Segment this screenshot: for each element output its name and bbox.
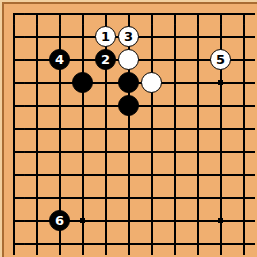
board-intersection: [48, 140, 71, 163]
board-intersection: [232, 232, 255, 255]
board-intersection: [2, 2, 25, 25]
board-intersection: [140, 94, 163, 117]
board-intersection: [2, 186, 25, 209]
board-intersection: [25, 48, 48, 71]
board-intersection: [25, 209, 48, 232]
board-intersection: [117, 140, 140, 163]
board-intersection: [163, 163, 186, 186]
board-intersection: [94, 94, 117, 117]
board-intersection: [163, 209, 186, 232]
board-intersection: [25, 140, 48, 163]
board-intersection: [2, 71, 25, 94]
board-intersection: [163, 48, 186, 71]
go-board-grid: 134256: [2, 2, 255, 255]
board-intersection: [232, 48, 255, 71]
board-intersection: [163, 140, 186, 163]
board-intersection: [140, 163, 163, 186]
board-intersection: [48, 186, 71, 209]
board-intersection: [232, 94, 255, 117]
board-intersection: [163, 94, 186, 117]
black-stone-move-2: 2: [95, 49, 116, 70]
board-intersection: [71, 2, 94, 25]
board-intersection: [71, 163, 94, 186]
board-intersection: [48, 25, 71, 48]
board-intersection: [232, 71, 255, 94]
white-stone-move-3: 3: [118, 26, 139, 47]
board-intersection: [163, 186, 186, 209]
black-stone: [118, 72, 139, 93]
board-intersection: [232, 186, 255, 209]
board-intersection: [117, 209, 140, 232]
stone-move-number: 5: [216, 53, 225, 66]
board-intersection: [71, 94, 94, 117]
board-intersection: [140, 209, 163, 232]
board-intersection: [186, 117, 209, 140]
star-point: [218, 218, 223, 223]
board-intersection: [186, 163, 209, 186]
board-intersection: [186, 140, 209, 163]
board-intersection: [209, 186, 232, 209]
board-intersection: [117, 2, 140, 25]
board-intersection: [25, 94, 48, 117]
board-intersection: [186, 186, 209, 209]
stone-move-number: 4: [55, 53, 64, 66]
white-stone-move-5: 5: [210, 49, 231, 70]
board-intersection: [163, 232, 186, 255]
board-intersection: [209, 25, 232, 48]
board-intersection: [163, 25, 186, 48]
board-intersection: [232, 117, 255, 140]
white-stone-move-1: 1: [95, 26, 116, 47]
board-intersection: [163, 2, 186, 25]
stone-move-number: 3: [124, 30, 133, 43]
board-intersection: [25, 2, 48, 25]
board-intersection: [186, 232, 209, 255]
board-intersection: [2, 117, 25, 140]
board-intersection: [232, 163, 255, 186]
board-intersection: [94, 140, 117, 163]
board-intersection: [186, 209, 209, 232]
board-intersection: [94, 232, 117, 255]
board-intersection: [71, 232, 94, 255]
board-intersection: [232, 209, 255, 232]
board-intersection: [163, 117, 186, 140]
white-stone: [118, 49, 139, 70]
board-intersection: [94, 2, 117, 25]
board-intersection: [71, 25, 94, 48]
board-intersection: [117, 117, 140, 140]
board-intersection: [163, 71, 186, 94]
star-point: [80, 218, 85, 223]
board-intersection: [140, 25, 163, 48]
board-intersection: [94, 117, 117, 140]
star-point: [218, 80, 223, 85]
board-intersection: [25, 186, 48, 209]
board-intersection: [209, 2, 232, 25]
board-intersection: [71, 186, 94, 209]
board-intersection: [186, 71, 209, 94]
board-intersection: [209, 117, 232, 140]
board-intersection: [94, 71, 117, 94]
board-intersection: [186, 2, 209, 25]
board-intersection: [209, 94, 232, 117]
black-stone: [118, 95, 139, 116]
board-intersection: [71, 140, 94, 163]
board-intersection: [117, 163, 140, 186]
board-intersection: [25, 71, 48, 94]
board-intersection: [117, 232, 140, 255]
stone-move-number: 2: [101, 53, 110, 66]
board-intersection: [48, 2, 71, 25]
board-intersection: [140, 140, 163, 163]
board-intersection: [232, 2, 255, 25]
board-intersection: [2, 163, 25, 186]
white-stone: [141, 72, 162, 93]
board-intersection: [140, 232, 163, 255]
board-intersection: [25, 117, 48, 140]
board-intersection: [209, 232, 232, 255]
board-intersection: [25, 163, 48, 186]
board-intersection: [209, 163, 232, 186]
board-intersection: [2, 25, 25, 48]
board-intersection: [232, 140, 255, 163]
board-intersection: [232, 25, 255, 48]
board-intersection: [94, 209, 117, 232]
board-intersection: [2, 94, 25, 117]
board-intersection: [94, 186, 117, 209]
board-intersection: [117, 186, 140, 209]
board-intersection: [48, 94, 71, 117]
board-intersection: [48, 163, 71, 186]
board-intersection: [140, 48, 163, 71]
board-intersection: [48, 117, 71, 140]
board-intersection: [25, 232, 48, 255]
board-intersection: [209, 140, 232, 163]
stone-move-number: 1: [101, 30, 110, 43]
board-intersection: [140, 117, 163, 140]
board-intersection: [186, 94, 209, 117]
board-intersection: [48, 232, 71, 255]
black-stone: [72, 72, 93, 93]
board-intersection: [140, 186, 163, 209]
board-intersection: [140, 2, 163, 25]
black-stone-move-4: 4: [49, 49, 70, 70]
board-intersection: [71, 117, 94, 140]
go-board: 134256: [0, 0, 257, 257]
board-intersection: [186, 48, 209, 71]
board-intersection: [2, 140, 25, 163]
board-intersection: [2, 48, 25, 71]
board-intersection: [71, 48, 94, 71]
board-intersection: [25, 25, 48, 48]
black-stone-move-6: 6: [49, 210, 70, 231]
stone-move-number: 6: [55, 214, 64, 227]
board-intersection: [94, 163, 117, 186]
board-intersection: [186, 25, 209, 48]
board-intersection: [48, 71, 71, 94]
board-intersection: [2, 209, 25, 232]
board-intersection: [2, 232, 25, 255]
